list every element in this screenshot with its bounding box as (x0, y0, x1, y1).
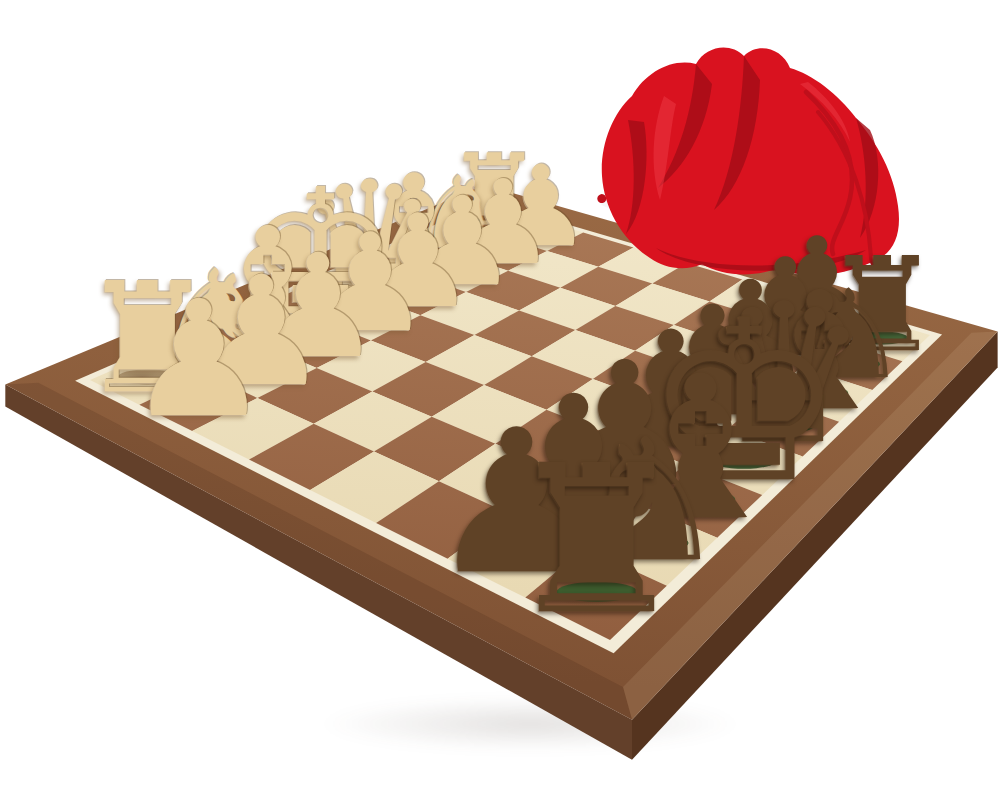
chess-set-product-photo: ♜♞♝♛♚♝♞♜♟♟♟♟♟♟♟♟♟♟♟♟♟♟♟♟♜♞♝♛♚♝♞♜ (0, 0, 1000, 800)
black-rook: ♜ (505, 438, 688, 642)
white-pawn: ♟ (127, 281, 271, 442)
